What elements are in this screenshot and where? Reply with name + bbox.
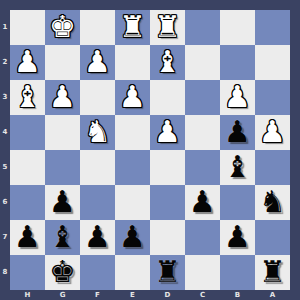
white-pawn[interactable]: ♟ [80, 45, 115, 80]
square-b3[interactable]: ♟ [220, 80, 255, 115]
square-f1[interactable] [80, 10, 115, 45]
square-f8[interactable] [80, 255, 115, 290]
white-rook[interactable]: ♜ [115, 10, 150, 45]
square-e4[interactable] [115, 115, 150, 150]
square-g5[interactable] [45, 150, 80, 185]
square-a8[interactable]: ♜ [255, 255, 290, 290]
rank-label-6: 6 [0, 185, 10, 220]
black-rook[interactable]: ♜ [255, 255, 290, 290]
file-label-g: G [45, 290, 80, 300]
file-label-b: B [220, 290, 255, 300]
file-label-c: C [185, 290, 220, 300]
white-pawn[interactable]: ♟ [255, 115, 290, 150]
file-label-a: A [255, 290, 290, 300]
rank-label-1: 1 [0, 10, 10, 45]
square-d3[interactable] [150, 80, 185, 115]
square-c1[interactable] [185, 10, 220, 45]
white-pawn[interactable]: ♟ [220, 80, 255, 115]
square-e8[interactable] [115, 255, 150, 290]
black-rook[interactable]: ♜ [150, 255, 185, 290]
square-e3[interactable]: ♟ [115, 80, 150, 115]
square-h2[interactable]: ♟ [10, 45, 45, 80]
square-e7[interactable]: ♟ [115, 220, 150, 255]
black-bishop[interactable]: ♝ [45, 220, 80, 255]
square-d1[interactable]: ♜ [150, 10, 185, 45]
square-g2[interactable] [45, 45, 80, 80]
black-pawn[interactable]: ♟ [115, 220, 150, 255]
white-rook[interactable]: ♜ [150, 10, 185, 45]
white-bishop[interactable]: ♝ [150, 45, 185, 80]
rank-label-5: 5 [0, 150, 10, 185]
square-d8[interactable]: ♜ [150, 255, 185, 290]
black-pawn[interactable]: ♟ [10, 220, 45, 255]
square-c8[interactable] [185, 255, 220, 290]
chess-board: ♚♜♜♟♟♝♝♟♟♟♞♟♟♟♝♟♟♞♟♝♟♟♟♚♜♜ [10, 10, 290, 290]
square-b7[interactable]: ♟ [220, 220, 255, 255]
square-h5[interactable] [10, 150, 45, 185]
square-f6[interactable] [80, 185, 115, 220]
square-f7[interactable]: ♟ [80, 220, 115, 255]
file-label-f: F [80, 290, 115, 300]
rank-label-3: 3 [0, 80, 10, 115]
square-d4[interactable]: ♟ [150, 115, 185, 150]
white-bishop[interactable]: ♝ [10, 80, 45, 115]
black-bishop[interactable]: ♝ [220, 150, 255, 185]
square-c2[interactable] [185, 45, 220, 80]
square-a5[interactable] [255, 150, 290, 185]
square-c7[interactable] [185, 220, 220, 255]
square-a6[interactable]: ♞ [255, 185, 290, 220]
white-pawn[interactable]: ♟ [150, 115, 185, 150]
square-g6[interactable]: ♟ [45, 185, 80, 220]
square-g3[interactable]: ♟ [45, 80, 80, 115]
square-a2[interactable] [255, 45, 290, 80]
square-c4[interactable] [185, 115, 220, 150]
black-pawn[interactable]: ♟ [45, 185, 80, 220]
square-h6[interactable] [10, 185, 45, 220]
square-e5[interactable] [115, 150, 150, 185]
square-g8[interactable]: ♚ [45, 255, 80, 290]
square-a7[interactable] [255, 220, 290, 255]
rank-label-8: 8 [0, 255, 10, 290]
black-pawn[interactable]: ♟ [220, 220, 255, 255]
square-h3[interactable]: ♝ [10, 80, 45, 115]
square-b4[interactable]: ♟ [220, 115, 255, 150]
file-label-e: E [115, 290, 150, 300]
black-knight[interactable]: ♞ [255, 185, 290, 220]
square-b6[interactable] [220, 185, 255, 220]
square-a1[interactable] [255, 10, 290, 45]
square-h7[interactable]: ♟ [10, 220, 45, 255]
white-knight[interactable]: ♞ [80, 115, 115, 150]
square-d5[interactable] [150, 150, 185, 185]
square-e1[interactable]: ♜ [115, 10, 150, 45]
square-e6[interactable] [115, 185, 150, 220]
square-h1[interactable] [10, 10, 45, 45]
square-g7[interactable]: ♝ [45, 220, 80, 255]
square-f2[interactable]: ♟ [80, 45, 115, 80]
chess-board-frame: ♚♜♜♟♟♝♝♟♟♟♞♟♟♟♝♟♟♞♟♝♟♟♟♚♜♜ 12345678 HGFE… [0, 0, 300, 300]
square-b5[interactable]: ♝ [220, 150, 255, 185]
black-pawn[interactable]: ♟ [80, 220, 115, 255]
square-f4[interactable]: ♞ [80, 115, 115, 150]
square-g4[interactable] [45, 115, 80, 150]
square-b8[interactable] [220, 255, 255, 290]
square-e2[interactable] [115, 45, 150, 80]
white-king[interactable]: ♚ [45, 10, 80, 45]
square-b1[interactable] [220, 10, 255, 45]
white-pawn[interactable]: ♟ [45, 80, 80, 115]
square-c3[interactable] [185, 80, 220, 115]
rank-label-7: 7 [0, 220, 10, 255]
square-d6[interactable] [150, 185, 185, 220]
square-g1[interactable]: ♚ [45, 10, 80, 45]
square-d7[interactable] [150, 220, 185, 255]
rank-label-2: 2 [0, 45, 10, 80]
black-pawn[interactable]: ♟ [220, 115, 255, 150]
file-label-d: D [150, 290, 185, 300]
square-f3[interactable] [80, 80, 115, 115]
rank-label-4: 4 [0, 115, 10, 150]
square-h8[interactable] [10, 255, 45, 290]
square-b2[interactable] [220, 45, 255, 80]
square-a4[interactable]: ♟ [255, 115, 290, 150]
square-h4[interactable] [10, 115, 45, 150]
white-pawn[interactable]: ♟ [115, 80, 150, 115]
square-f5[interactable] [80, 150, 115, 185]
white-pawn[interactable]: ♟ [10, 45, 45, 80]
square-c5[interactable] [185, 150, 220, 185]
black-king[interactable]: ♚ [45, 255, 80, 290]
square-c6[interactable]: ♟ [185, 185, 220, 220]
square-d2[interactable]: ♝ [150, 45, 185, 80]
black-pawn[interactable]: ♟ [185, 185, 220, 220]
file-label-h: H [10, 290, 45, 300]
square-a3[interactable] [255, 80, 290, 115]
